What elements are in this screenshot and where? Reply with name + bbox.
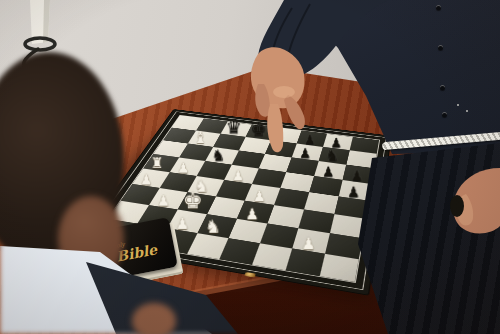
black-pawn-piece[interactable]: ♟ — [347, 185, 360, 199]
white-rook-piece[interactable]: ♜ — [150, 156, 163, 171]
square-r4c0[interactable]: ♟ — [132, 168, 169, 188]
black-queen-piece[interactable]: ♛ — [225, 118, 241, 136]
black-bishop-piece[interactable]: ♝ — [271, 131, 286, 148]
white-knight-piece[interactable]: ♞ — [205, 218, 221, 236]
black-pawn-piece[interactable]: ♟ — [299, 146, 311, 159]
white-pawn-piece[interactable]: ♟ — [246, 206, 260, 221]
white-pawn-piece[interactable]: ♟ — [253, 189, 266, 204]
black-pawn-piece[interactable]: ♟ — [351, 169, 363, 183]
square-r4c5[interactable] — [274, 188, 309, 209]
square-r7c7[interactable] — [320, 254, 359, 282]
dress-button — [436, 5, 441, 10]
dress-button — [440, 85, 445, 90]
square-r3c4[interactable] — [252, 168, 286, 188]
square-r2c6[interactable]: ♟ — [314, 161, 346, 180]
black-knight-piece[interactable]: ♞ — [212, 148, 226, 163]
white-bishop-piece[interactable]: ♝ — [194, 129, 209, 145]
white-pawn-piece[interactable]: ♟ — [157, 193, 170, 208]
square-r7c6[interactable] — [286, 248, 326, 276]
white-pawn-piece[interactable]: ♟ — [177, 161, 189, 175]
white-pawn-piece[interactable]: ♟ — [176, 216, 190, 231]
dress-button — [438, 45, 443, 50]
square-r6c7[interactable] — [325, 233, 362, 259]
white-king-piece[interactable]: ♚ — [183, 190, 203, 212]
white-pawn-piece[interactable]: ♟ — [140, 173, 153, 187]
black-knight-piece[interactable]: ♞ — [326, 148, 340, 163]
square-r5c4[interactable]: ♟ — [237, 201, 274, 224]
fabric-glint — [457, 104, 459, 106]
white-pawn-piece[interactable]: ♟ — [232, 169, 244, 183]
black-king-piece[interactable]: ♚ — [250, 120, 267, 139]
photo-scene: ♛♚♟♟♝♝♟♞♞♟♟♜♟♟♟♟♞♟♟♚♟♟♞♟ Holy Bibl — [0, 0, 500, 334]
dress-button — [442, 112, 447, 117]
square-r3c3[interactable]: ♟ — [224, 165, 259, 184]
black-pawn-piece[interactable]: ♟ — [322, 165, 334, 179]
black-pawn-piece[interactable]: ♟ — [304, 133, 315, 146]
white-pawn-piece[interactable]: ♟ — [302, 236, 316, 252]
left-player-elbow — [132, 303, 176, 334]
fabric-glint — [466, 110, 468, 112]
square-r1c1[interactable]: ♝ — [188, 131, 221, 147]
